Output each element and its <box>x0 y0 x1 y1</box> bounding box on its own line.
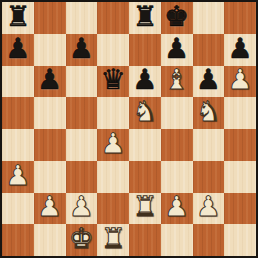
square-b5[interactable] <box>34 97 66 129</box>
black-queen-piece: ♛ <box>101 66 126 94</box>
square-e3[interactable] <box>129 161 161 193</box>
square-f3[interactable] <box>161 161 193 193</box>
square-e4[interactable] <box>129 129 161 161</box>
square-d6[interactable]: ♛ <box>97 66 129 98</box>
white-pawn-piece: ♟ <box>164 193 189 221</box>
square-f7[interactable]: ♟ <box>161 34 193 66</box>
square-e1[interactable] <box>129 224 161 256</box>
square-c7[interactable]: ♟ <box>66 34 98 66</box>
square-c4[interactable] <box>66 129 98 161</box>
square-f2[interactable]: ♟ <box>161 193 193 225</box>
square-g8[interactable] <box>193 2 225 34</box>
square-a7[interactable]: ♟ <box>2 34 34 66</box>
square-g7[interactable] <box>193 34 225 66</box>
square-b7[interactable] <box>34 34 66 66</box>
black-pawn-piece: ♟ <box>37 66 62 94</box>
black-pawn-piece: ♟ <box>5 35 30 63</box>
square-h7[interactable]: ♟ <box>224 34 256 66</box>
square-a2[interactable] <box>2 193 34 225</box>
square-f8[interactable]: ♚ <box>161 2 193 34</box>
square-f6[interactable]: ♝ <box>161 66 193 98</box>
square-c3[interactable] <box>66 161 98 193</box>
square-b6[interactable]: ♟ <box>34 66 66 98</box>
square-a8[interactable]: ♜ <box>2 2 34 34</box>
white-pawn-piece: ♟ <box>101 130 126 158</box>
white-pawn-piece: ♟ <box>196 193 221 221</box>
square-a3[interactable]: ♟ <box>2 161 34 193</box>
square-e2[interactable]: ♜ <box>129 193 161 225</box>
square-d5[interactable] <box>97 97 129 129</box>
white-pawn-piece: ♟ <box>37 193 62 221</box>
square-c1[interactable]: ♚ <box>66 224 98 256</box>
square-c6[interactable] <box>66 66 98 98</box>
white-rook-piece: ♜ <box>132 193 157 221</box>
square-g5[interactable]: ♞ <box>193 97 225 129</box>
square-g2[interactable]: ♟ <box>193 193 225 225</box>
square-a1[interactable] <box>2 224 34 256</box>
square-d1[interactable]: ♜ <box>97 224 129 256</box>
square-e8[interactable]: ♜ <box>129 2 161 34</box>
black-pawn-piece: ♟ <box>228 35 253 63</box>
square-g3[interactable] <box>193 161 225 193</box>
square-e7[interactable] <box>129 34 161 66</box>
square-h3[interactable] <box>224 161 256 193</box>
square-h8[interactable] <box>224 2 256 34</box>
white-pawn-piece: ♟ <box>69 193 94 221</box>
square-b1[interactable] <box>34 224 66 256</box>
black-pawn-piece: ♟ <box>69 35 94 63</box>
black-pawn-piece: ♟ <box>196 66 221 94</box>
black-pawn-piece: ♟ <box>132 66 157 94</box>
white-king-piece: ♚ <box>69 225 94 253</box>
square-a5[interactable] <box>2 97 34 129</box>
square-d8[interactable] <box>97 2 129 34</box>
square-h6[interactable]: ♟ <box>224 66 256 98</box>
square-e5[interactable]: ♞ <box>129 97 161 129</box>
square-b2[interactable]: ♟ <box>34 193 66 225</box>
chess-board: ♜♜♚♟♟♟♟♟♛♟♝♟♟♞♞♟♟♟♟♜♟♟♚♜ <box>2 2 256 256</box>
square-a4[interactable] <box>2 129 34 161</box>
square-g4[interactable] <box>193 129 225 161</box>
square-h4[interactable] <box>224 129 256 161</box>
square-f5[interactable] <box>161 97 193 129</box>
square-c8[interactable] <box>66 2 98 34</box>
chess-board-frame: ♜♜♚♟♟♟♟♟♛♟♝♟♟♞♞♟♟♟♟♜♟♟♚♜ <box>0 0 258 258</box>
square-f1[interactable] <box>161 224 193 256</box>
white-rook-piece: ♜ <box>101 225 126 253</box>
square-g1[interactable] <box>193 224 225 256</box>
square-b4[interactable] <box>34 129 66 161</box>
square-a6[interactable] <box>2 66 34 98</box>
square-b8[interactable] <box>34 2 66 34</box>
white-pawn-piece: ♟ <box>228 66 253 94</box>
white-knight-piece: ♞ <box>132 98 157 126</box>
square-h5[interactable] <box>224 97 256 129</box>
square-c2[interactable]: ♟ <box>66 193 98 225</box>
square-c5[interactable] <box>66 97 98 129</box>
square-d3[interactable] <box>97 161 129 193</box>
square-g6[interactable]: ♟ <box>193 66 225 98</box>
black-king-piece: ♚ <box>164 3 189 31</box>
square-d4[interactable]: ♟ <box>97 129 129 161</box>
white-pawn-piece: ♟ <box>5 162 30 190</box>
square-f4[interactable] <box>161 129 193 161</box>
black-rook-piece: ♜ <box>132 3 157 31</box>
black-rook-piece: ♜ <box>5 3 30 31</box>
square-d2[interactable] <box>97 193 129 225</box>
square-e6[interactable]: ♟ <box>129 66 161 98</box>
square-d7[interactable] <box>97 34 129 66</box>
square-h2[interactable] <box>224 193 256 225</box>
white-knight-piece: ♞ <box>196 98 221 126</box>
white-bishop-piece: ♝ <box>164 66 189 94</box>
square-h1[interactable] <box>224 224 256 256</box>
square-b3[interactable] <box>34 161 66 193</box>
black-pawn-piece: ♟ <box>164 35 189 63</box>
